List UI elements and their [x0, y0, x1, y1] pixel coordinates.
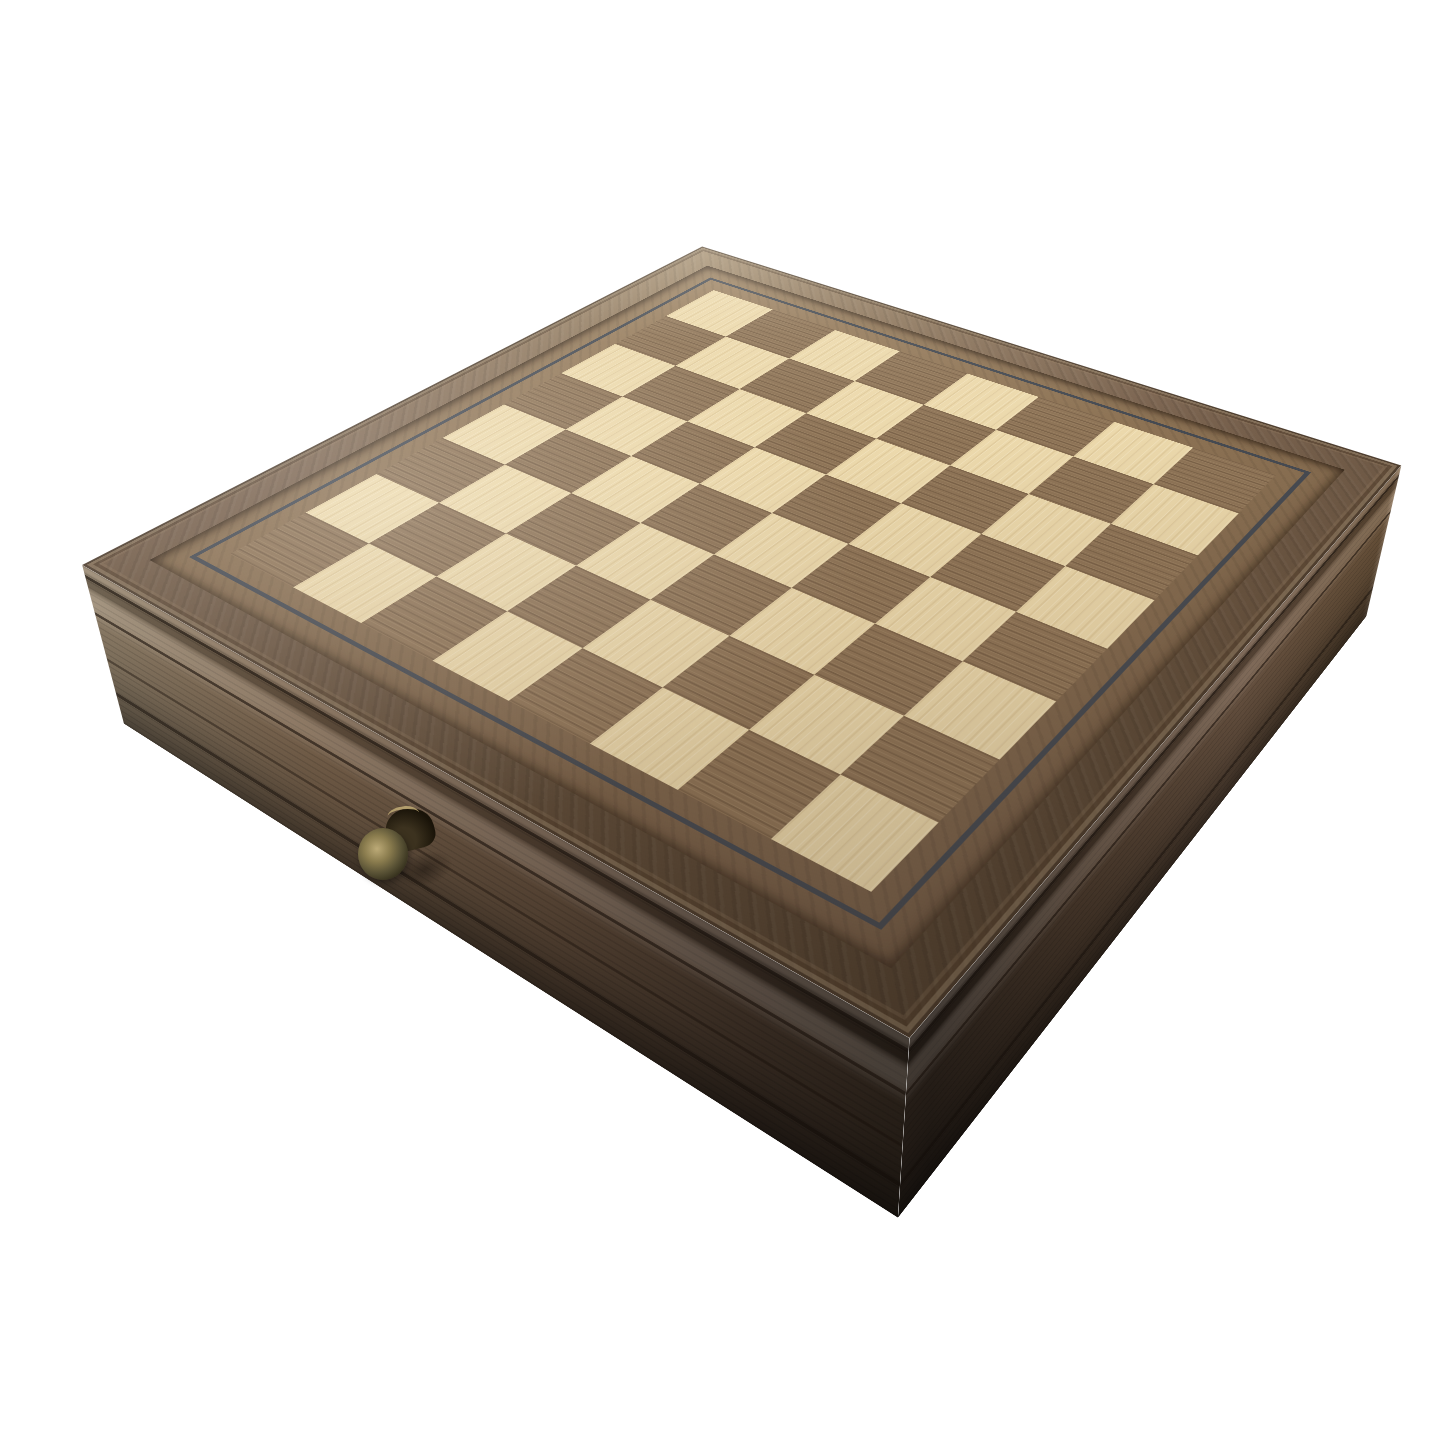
square-g3 [814, 624, 962, 716]
chessboard-scene [0, 0, 1445, 1445]
square-e2 [583, 599, 730, 687]
drawer-knob-cap [358, 828, 408, 880]
photo-canvas [0, 0, 1445, 1445]
square-a1 [230, 512, 369, 587]
chess-storage-box [82, 246, 1401, 1038]
square-c2 [436, 533, 576, 611]
square-h5 [1016, 566, 1155, 649]
square-b2 [369, 503, 506, 577]
square-c1 [361, 576, 507, 660]
square-h3 [904, 661, 1056, 759]
square-f3 [730, 588, 874, 674]
square-f4 [792, 544, 930, 624]
square-g4 [874, 577, 1015, 661]
square-b1 [293, 543, 436, 622]
square-f5 [849, 503, 981, 577]
square-d2 [507, 565, 651, 648]
board-top [82, 246, 1401, 1038]
square-h6 [1065, 524, 1198, 601]
square-e3 [651, 555, 792, 636]
square-g1 [677, 729, 840, 839]
drawer-knob [340, 800, 480, 910]
square-h1 [771, 774, 939, 892]
square-f2 [663, 636, 814, 730]
square-e1 [509, 648, 663, 744]
square-e4 [714, 513, 849, 588]
square-d1 [432, 611, 582, 701]
square-g2 [749, 674, 904, 774]
square-g5 [930, 534, 1065, 612]
square-h4 [962, 612, 1107, 702]
square-d3 [576, 523, 713, 599]
square-f1 [590, 687, 749, 789]
square-h2 [840, 715, 1000, 822]
